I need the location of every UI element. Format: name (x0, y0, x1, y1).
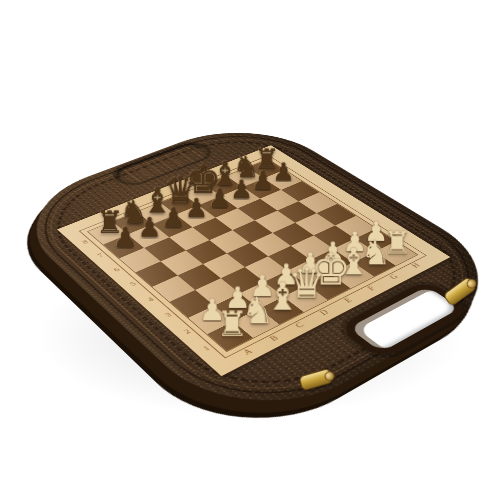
square-e5[interactable] (232, 220, 272, 243)
piece-black-pawn[interactable]: ♟ (162, 204, 186, 230)
piece-black-pawn[interactable]: ♟ (252, 168, 274, 193)
piece-black-pawn[interactable]: ♟ (273, 160, 295, 185)
piece-black-pawn[interactable]: ♟ (185, 195, 208, 221)
piece-black-pawn[interactable]: ♟ (230, 177, 253, 202)
piece-black-pawn[interactable]: ♟ (138, 214, 162, 241)
product-photo-stage: ♜♞♝♛♚♝♞♜♟♟♟♟♟♟♟♟♟♟♟♟♟♟♟♟♜♞♝♛♚♝♞♜ ABCDEFG… (0, 0, 500, 500)
piece-black-pawn[interactable]: ♟ (113, 224, 137, 251)
square-e4[interactable] (250, 233, 291, 257)
piece-black-pawn[interactable]: ♟ (208, 186, 231, 212)
square-g4[interactable] (295, 213, 335, 235)
square-c5[interactable] (185, 240, 226, 264)
square-h4[interactable] (316, 204, 356, 226)
piece-white-rook[interactable]: ♜ (216, 307, 247, 342)
